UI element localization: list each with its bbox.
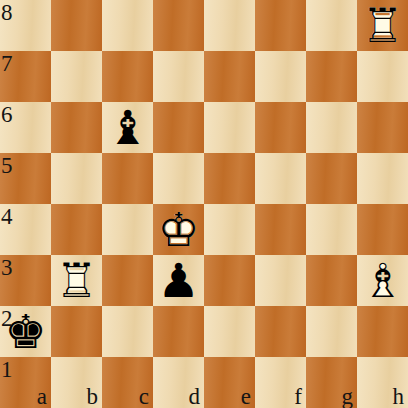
square-f4[interactable] [255, 204, 306, 255]
square-d1[interactable]: d [153, 357, 204, 408]
square-b7[interactable] [51, 51, 102, 102]
square-g7[interactable] [306, 51, 357, 102]
file-label-e: e [241, 385, 251, 408]
square-h4[interactable] [357, 204, 408, 255]
square-f5[interactable] [255, 153, 306, 204]
piece-black-pawn[interactable]: ♟ [157, 255, 199, 306]
square-b4[interactable] [51, 204, 102, 255]
square-h2[interactable] [357, 306, 408, 357]
square-c2[interactable] [102, 306, 153, 357]
square-e1[interactable]: e [204, 357, 255, 408]
square-h6[interactable] [357, 102, 408, 153]
square-g4[interactable] [306, 204, 357, 255]
rank-label-8: 8 [1, 1, 13, 24]
square-h7[interactable] [357, 51, 408, 102]
rank-label-7: 7 [1, 52, 13, 75]
square-a2[interactable]: 2♚ [0, 306, 51, 357]
rank-label-3: 3 [1, 256, 13, 279]
square-c3[interactable] [102, 255, 153, 306]
square-b6[interactable] [51, 102, 102, 153]
file-label-f: f [294, 385, 302, 408]
square-f2[interactable] [255, 306, 306, 357]
square-b8[interactable] [51, 0, 102, 51]
square-g6[interactable] [306, 102, 357, 153]
square-b1[interactable]: b [51, 357, 102, 408]
square-a6[interactable]: 6 [0, 102, 51, 153]
piece-white-bishop[interactable]: ♗ [361, 255, 403, 306]
square-d3[interactable]: ♟ [153, 255, 204, 306]
square-b3[interactable]: ♜♖ [51, 255, 102, 306]
square-d4[interactable]: ♚♔ [153, 204, 204, 255]
square-a4[interactable]: 4 [0, 204, 51, 255]
square-c4[interactable] [102, 204, 153, 255]
square-e5[interactable] [204, 153, 255, 204]
piece-black-king[interactable]: ♚ [4, 306, 46, 357]
square-e4[interactable] [204, 204, 255, 255]
square-d7[interactable] [153, 51, 204, 102]
piece-black-bishop[interactable]: ♝ [106, 102, 148, 153]
square-f7[interactable] [255, 51, 306, 102]
square-f6[interactable] [255, 102, 306, 153]
square-g1[interactable]: g [306, 357, 357, 408]
square-b2[interactable] [51, 306, 102, 357]
file-label-h: h [393, 385, 405, 408]
square-a3[interactable]: 3 [0, 255, 51, 306]
square-f3[interactable] [255, 255, 306, 306]
square-h8[interactable]: ♜♖ [357, 0, 408, 51]
square-d8[interactable] [153, 0, 204, 51]
square-a5[interactable]: 5 [0, 153, 51, 204]
square-a8[interactable]: 8 [0, 0, 51, 51]
square-a1[interactable]: 1a [0, 357, 51, 408]
square-h3[interactable]: ♝♗ [357, 255, 408, 306]
file-label-d: d [189, 385, 201, 408]
piece-white-rook[interactable]: ♖ [55, 255, 97, 306]
rank-label-4: 4 [1, 205, 13, 228]
rank-label-5: 5 [1, 154, 13, 177]
square-h5[interactable] [357, 153, 408, 204]
square-f8[interactable] [255, 0, 306, 51]
chess-board: 8♜♖76♝54♚♔3♜♖♟♝♗2♚1abcdefgh [0, 0, 408, 408]
square-g3[interactable] [306, 255, 357, 306]
square-e3[interactable] [204, 255, 255, 306]
square-h1[interactable]: h [357, 357, 408, 408]
square-g8[interactable] [306, 0, 357, 51]
file-label-b: b [87, 385, 99, 408]
square-f1[interactable]: f [255, 357, 306, 408]
square-e7[interactable] [204, 51, 255, 102]
square-e8[interactable] [204, 0, 255, 51]
square-c8[interactable] [102, 0, 153, 51]
square-d5[interactable] [153, 153, 204, 204]
square-c1[interactable]: c [102, 357, 153, 408]
rank-label-6: 6 [1, 103, 13, 126]
square-c5[interactable] [102, 153, 153, 204]
square-d6[interactable] [153, 102, 204, 153]
square-c6[interactable]: ♝ [102, 102, 153, 153]
square-d2[interactable] [153, 306, 204, 357]
file-label-g: g [342, 385, 354, 408]
square-e6[interactable] [204, 102, 255, 153]
square-g5[interactable] [306, 153, 357, 204]
square-b5[interactable] [51, 153, 102, 204]
piece-white-king[interactable]: ♔ [157, 204, 199, 255]
piece-white-rook[interactable]: ♖ [361, 0, 403, 51]
square-e2[interactable] [204, 306, 255, 357]
file-label-a: a [37, 385, 47, 408]
square-g2[interactable] [306, 306, 357, 357]
square-a7[interactable]: 7 [0, 51, 51, 102]
square-c7[interactable] [102, 51, 153, 102]
rank-label-1: 1 [1, 358, 13, 381]
file-label-c: c [139, 385, 149, 408]
